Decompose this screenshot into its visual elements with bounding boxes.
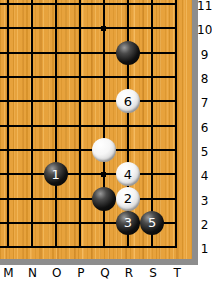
col-label-M: M	[0, 264, 19, 283]
stone-white-Q5[interactable]	[92, 138, 116, 162]
row-label-11: 11	[197, 0, 212, 16]
row-label-5: 5	[197, 143, 212, 162]
stone-black-Q3[interactable]	[92, 187, 116, 211]
row-label-10: 10	[197, 21, 212, 40]
row-label-8: 8	[197, 70, 212, 89]
col-label-S: S	[143, 264, 163, 283]
col-label-P: P	[71, 264, 91, 283]
row-label-7: 7	[197, 94, 212, 113]
stone-black-S2[interactable]: 5	[140, 211, 164, 235]
stone-move-number-R4: 4	[124, 168, 132, 181]
stone-white-R7[interactable]: 6	[116, 89, 140, 113]
stone-black-R2[interactable]: 3	[116, 211, 140, 235]
stone-move-number-S2: 5	[148, 216, 156, 229]
stone-move-number-R2: 3	[124, 216, 132, 229]
go-board[interactable]: 614235	[0, 0, 192, 259]
go-diagram-page: 614235 MNOPQRST 1110987654321	[0, 0, 212, 284]
col-label-Q: Q	[95, 264, 115, 283]
stone-black-R9[interactable]	[116, 41, 140, 65]
row-label-1: 1	[197, 240, 212, 259]
row-label-3: 3	[197, 192, 212, 211]
row-label-9: 9	[197, 46, 212, 65]
col-label-R: R	[119, 264, 139, 283]
row-label-6: 6	[197, 119, 212, 138]
board-shadow-right	[192, 0, 198, 265]
row-label-4: 4	[197, 167, 212, 186]
col-label-T: T	[167, 264, 187, 283]
stones-layer: 614235	[0, 0, 188, 259]
stone-white-R4[interactable]: 4	[116, 162, 140, 186]
col-label-O: O	[47, 264, 67, 283]
row-label-2: 2	[197, 216, 212, 235]
stone-white-R3[interactable]: 2	[116, 187, 140, 211]
stone-move-number-R7: 6	[124, 95, 132, 108]
stone-black-O4[interactable]: 1	[44, 162, 68, 186]
col-label-N: N	[23, 264, 43, 283]
stone-move-number-R3: 2	[124, 192, 132, 205]
stone-move-number-O4: 1	[52, 168, 60, 181]
